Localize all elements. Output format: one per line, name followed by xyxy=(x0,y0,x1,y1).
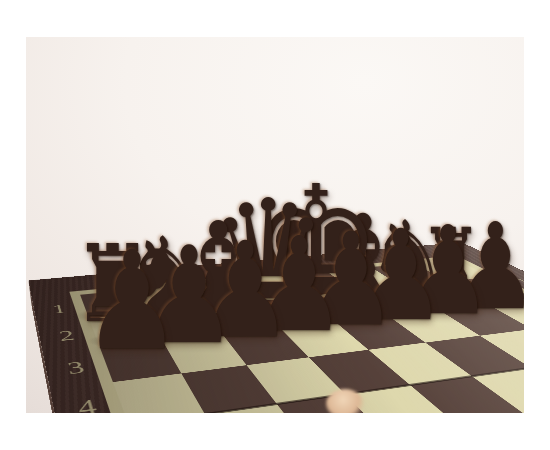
chess-set-photo: 1234 1 ♜♞♝♛♚♝♞♜♟♟♟♟♟♟♟♟ xyxy=(26,37,524,413)
pieces-layer: ♜♞♝♛♚♝♞♜♟♟♟♟♟♟♟♟ xyxy=(26,37,524,413)
page: { "game": "chess", "position": { "fen": … xyxy=(0,0,550,450)
pale-object xyxy=(326,389,364,413)
piece-a2-pawn: ♟ xyxy=(78,233,187,369)
